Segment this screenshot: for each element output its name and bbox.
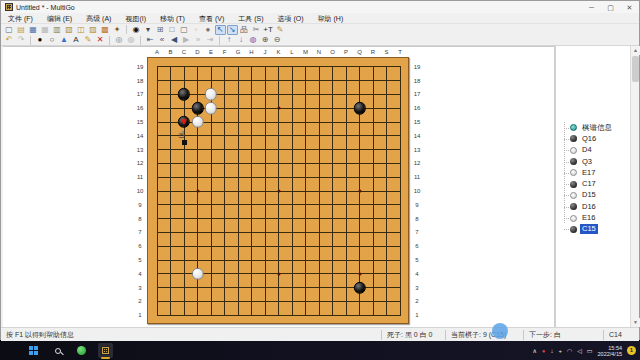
multigo-app-icon	[101, 346, 110, 355]
export-image-button[interactable]: ▧	[64, 25, 75, 35]
board-9x9-button[interactable]: ▢	[179, 25, 190, 35]
grid-line-v	[319, 66, 320, 315]
nav-back-button[interactable]: ◀	[169, 35, 180, 45]
green-app-icon	[77, 346, 86, 355]
status-next-move: 下一步: 白	[523, 330, 603, 340]
coord-right: 4	[415, 271, 418, 277]
status-help: 按 F1 以得到帮助信息	[1, 330, 381, 340]
root-node-icon	[570, 124, 577, 131]
coord-right: 7	[415, 229, 418, 235]
coord-top: C	[182, 49, 186, 55]
nav-forward-button[interactable]: ▶	[181, 35, 192, 45]
coord-right: 9	[415, 202, 418, 208]
tree-view-button[interactable]: 品	[239, 25, 250, 35]
edit-triangle-mark-button[interactable]: ▲	[59, 35, 70, 45]
grid-line-v	[386, 66, 387, 315]
star-point	[277, 190, 280, 193]
star-point	[277, 107, 280, 110]
grid-line-v	[400, 66, 401, 315]
menu-bar: 文件 (F)编辑 (E)高级 (A)视图(I)移动 (T)查看 (V)工具 (S…	[1, 13, 639, 24]
coord-right: 19	[414, 64, 421, 70]
search-icon	[55, 348, 61, 354]
mic-icon[interactable]: ●	[542, 347, 546, 355]
volume-icon[interactable]: ◁	[577, 347, 582, 355]
window-title: Untitled * - MultiGo	[16, 4, 75, 11]
coord-left: 13	[137, 147, 144, 153]
toolbar-separator	[30, 36, 31, 45]
coord-top: H	[249, 49, 253, 55]
coord-right: 13	[414, 147, 421, 153]
node-label: D15	[580, 190, 598, 200]
grid-line-v	[373, 66, 374, 315]
menu-t[interactable]: 移动 (T)	[153, 13, 192, 24]
tree-node-move-1[interactable]: Q16	[562, 133, 614, 144]
cut-variation-button[interactable]: ✂	[251, 25, 262, 35]
coord-right: 10	[414, 188, 421, 194]
coord-right: 6	[415, 243, 418, 249]
screen: Untitled * - MultiGo ─ ▢ ✕ 文件 (F)编辑 (E)高…	[0, 0, 640, 360]
node-label: D4	[580, 145, 594, 155]
nav-back-10-button[interactable]: «	[157, 35, 168, 45]
hidden-icons-chevron[interactable]: ∧	[532, 347, 536, 355]
add-text-button[interactable]: +T	[263, 25, 274, 35]
search-forward-button[interactable]: ⊕	[260, 35, 271, 45]
coord-left: 2	[138, 298, 141, 304]
menu-i[interactable]: 视图(I)	[118, 13, 153, 24]
delete-node-button[interactable]: ✕	[95, 35, 106, 45]
touch-indicator	[492, 323, 508, 339]
coord-left: 16	[137, 105, 144, 111]
scroll-up-icon[interactable]: ▲	[631, 46, 640, 55]
tree-node-move-2[interactable]: D4	[562, 145, 614, 156]
node-label: Q3	[580, 157, 594, 167]
grid-line-v	[224, 66, 225, 315]
coord-top: R	[371, 49, 375, 55]
menu-o[interactable]: 选项 (O)	[271, 13, 311, 24]
coord-left: 3	[138, 285, 141, 291]
node-label: Q16	[580, 134, 598, 144]
coord-top: T	[398, 49, 402, 55]
move-tree: 棋谱信息Q16D4Q3E17C17D15D16E16C15	[556, 46, 639, 327]
redo-button[interactable]: ↷	[16, 35, 27, 45]
grid-line-v	[184, 66, 185, 315]
coord-top: D	[195, 49, 199, 55]
coord-right: 14	[414, 133, 421, 139]
tree-node-root[interactable]: 棋谱信息	[562, 122, 614, 133]
last-move-marker	[181, 119, 187, 125]
star-point	[358, 272, 361, 275]
zoom-out-mode-button[interactable]: ↘	[227, 25, 238, 35]
white-node-icon	[570, 192, 577, 199]
coord-left: 14	[137, 133, 144, 139]
coord-top: A	[155, 49, 159, 55]
zoom-in-mode-button[interactable]: ↖	[215, 25, 226, 35]
taskbar-multigo-app[interactable]	[98, 343, 113, 358]
white-node-icon	[570, 147, 577, 154]
scroll-thumb[interactable]	[632, 56, 639, 82]
coord-left: 17	[137, 91, 144, 97]
edit-label-button[interactable]: A	[71, 35, 82, 45]
windows-logo-icon	[29, 346, 38, 355]
wifi-icon[interactable]: ◠	[567, 347, 572, 355]
node-label: C17	[580, 179, 598, 189]
menu-e[interactable]: 编辑 (E)	[40, 13, 79, 24]
coord-top: E	[209, 49, 213, 55]
coord-top: P	[344, 49, 348, 55]
game-info-button[interactable]: ✦	[112, 25, 123, 35]
stone-tool-dropdown-button[interactable]: ▾	[143, 25, 154, 35]
black-node-icon	[570, 226, 577, 233]
toolbar-separator	[219, 36, 220, 45]
print-button[interactable]: ▥	[52, 25, 63, 35]
grid-line-v	[292, 66, 293, 315]
coord-right: 11	[414, 174, 420, 180]
edit-black-stone-button[interactable]: ●	[35, 35, 46, 45]
coord-top: K	[276, 49, 280, 55]
white-node-icon	[570, 169, 577, 176]
node-label: C15	[580, 224, 598, 234]
undo-button[interactable]: ↶	[4, 35, 15, 45]
board-13x13-button[interactable]: □	[167, 25, 178, 35]
coord-left: 15	[137, 119, 144, 125]
download-icon[interactable]: ↓	[550, 347, 553, 355]
board-custom-button[interactable]: ▫	[191, 25, 202, 35]
toolbar-edit: ↶↷●○▲A✎✕◎◎⇤«◀▶»⇥↑↓◍⊕⊖	[1, 35, 639, 46]
coord-top: B	[168, 49, 172, 55]
grid-line-v	[346, 66, 347, 315]
coord-left: 9	[138, 202, 141, 208]
tree-node-move-7[interactable]: D16	[562, 201, 614, 212]
status-cursor-coord: C14	[603, 330, 639, 340]
multigo-window: Untitled * - MultiGo ─ ▢ ✕ 文件 (F)编辑 (E)高…	[0, 0, 640, 340]
nav-forward-10-button[interactable]: »	[193, 35, 204, 45]
show-move-number-button[interactable]: ●	[203, 25, 214, 35]
coord-top: M	[303, 49, 308, 55]
black-node-icon	[570, 135, 577, 142]
variation-up-button[interactable]: ↑	[224, 35, 235, 45]
star-point	[277, 272, 280, 275]
status-captures: 死子: 黑 0 白 0	[381, 330, 445, 340]
title-bar: Untitled * - MultiGo ─ ▢ ✕	[1, 1, 639, 13]
scroll-down-icon[interactable]: ▼	[631, 318, 640, 327]
coord-left: 7	[138, 229, 141, 235]
coord-top: S	[384, 49, 388, 55]
node-label: E16	[580, 213, 597, 223]
black-node-icon	[570, 203, 577, 210]
node-label: E17	[580, 168, 597, 178]
grid-line-v	[305, 66, 306, 315]
coord-right: 8	[415, 216, 418, 222]
coord-top: J	[264, 49, 267, 55]
tree-node-move-8[interactable]: E16	[562, 212, 614, 223]
find-position-button[interactable]: ◍	[248, 35, 259, 45]
tree-node-move-4[interactable]: E17	[562, 167, 614, 178]
tree-node-move-3[interactable]: Q3	[562, 156, 614, 167]
coord-right: 12	[414, 160, 421, 166]
coord-top: Q	[357, 49, 362, 55]
move-tree-panel: 棋谱信息Q16D4Q3E17C17D15D16E16C15 ▲ ▼	[556, 46, 639, 327]
coord-left: 10	[137, 188, 144, 194]
coord-right: 16	[414, 105, 421, 111]
pen-tool-button[interactable]: ✎	[83, 35, 94, 45]
system-tray: ∧●↓+◠◁▭ 15:54 2022/4/15 1	[532, 345, 636, 357]
taskbar: ∧●↓+◠◁▭ 15:54 2022/4/15 1	[0, 341, 640, 360]
grid-line-v	[332, 66, 333, 315]
status-current-move: 当前棋子: 9 (C15)	[445, 330, 523, 340]
coord-right: 17	[414, 91, 421, 97]
pass-black-button[interactable]: ◎	[114, 35, 125, 45]
board-19x19-button[interactable]: ⊞	[155, 25, 166, 35]
minimize-button[interactable]: ─	[582, 2, 601, 13]
nav-last-move-button[interactable]: ⇥	[205, 35, 216, 45]
menu-h[interactable]: 帮助 (H)	[311, 13, 351, 24]
start-button[interactable]	[26, 343, 41, 358]
grid-line-v	[238, 66, 239, 315]
variation-down-button[interactable]: ↓	[236, 35, 247, 45]
coord-left: 8	[138, 216, 141, 222]
tree-branch-line	[564, 122, 565, 224]
coord-left: 19	[137, 64, 144, 70]
panel-scrollbar[interactable]: ▲ ▼	[630, 46, 639, 327]
cursor-stone-shadow	[182, 140, 187, 145]
black-node-icon	[570, 181, 577, 188]
search-back-button[interactable]: ⊖	[272, 35, 283, 45]
grid-line-v	[157, 66, 158, 315]
coord-left: 4	[138, 271, 141, 277]
grid-line-v	[251, 66, 252, 315]
coord-right: 3	[415, 285, 418, 291]
coord-top: L	[290, 49, 293, 55]
brush-button[interactable]: ✎	[275, 25, 286, 35]
maximize-button[interactable]: ▢	[601, 2, 620, 13]
toolbar-separator	[126, 25, 127, 34]
paste-button[interactable]: ▩	[100, 25, 111, 35]
coord-right: 5	[415, 257, 418, 263]
coord-left: 18	[137, 78, 144, 84]
mouse-cursor-icon: ☝	[179, 128, 185, 139]
coord-right: 1	[415, 312, 418, 318]
coord-left: 6	[138, 243, 141, 249]
coord-top: F	[223, 49, 227, 55]
app-icon	[5, 3, 13, 11]
taskbar-clock[interactable]: 15:54 2022/4/15	[598, 345, 622, 357]
coord-top: O	[330, 49, 335, 55]
menu-v[interactable]: 查看 (V)	[192, 13, 231, 24]
open-file-button[interactable]: ▤	[16, 25, 27, 35]
copy-special-button[interactable]: ▨	[88, 25, 99, 35]
stone-tool-button[interactable]: ◉	[131, 25, 142, 35]
new-file-button[interactable]: ▢	[4, 25, 15, 35]
star-point	[358, 190, 361, 193]
node-label: D16	[580, 202, 598, 212]
star-point	[196, 190, 199, 193]
coord-left: 5	[138, 257, 141, 263]
toolbar-separator	[109, 36, 110, 45]
nav-first-move-button[interactable]: ⇤	[145, 35, 156, 45]
coord-left: 12	[137, 160, 144, 166]
folder-icon[interactable]: ▭	[587, 347, 593, 355]
menu-a[interactable]: 高级 (A)	[79, 13, 118, 24]
coord-right: 15	[414, 119, 421, 125]
grid-line-v	[265, 66, 266, 315]
notification-badge[interactable]: 1	[627, 346, 636, 355]
black-node-icon	[570, 158, 577, 165]
save-file-button[interactable]: ▦	[28, 25, 39, 35]
grid-line-v	[170, 66, 171, 315]
move-tool-icon[interactable]: +	[558, 347, 562, 355]
status-bar: 按 F1 以得到帮助信息 死子: 黑 0 白 0 当前棋子: 9 (C15) 下…	[1, 327, 639, 341]
coord-right: 2	[415, 298, 418, 304]
toolbar-main: ▢▤▦▦▥▧◫▨▩✦◉▾⊞□▢▫●↖↘品✂+T✎	[1, 24, 639, 35]
save-all-button[interactable]: ▦	[40, 25, 51, 35]
menu-f[interactable]: 文件 (F)	[1, 13, 40, 24]
menu-s[interactable]: 工具 (S)	[231, 13, 270, 24]
copy-button[interactable]: ◫	[76, 25, 87, 35]
tree-node-move-5[interactable]: C17	[562, 178, 614, 189]
taskbar-green-app[interactable]	[74, 343, 89, 358]
tree-node-move-9[interactable]: C15	[562, 224, 614, 235]
coord-top: G	[236, 49, 241, 55]
toolbar-separator	[140, 36, 141, 45]
clock-date: 2022/4/15	[598, 351, 622, 357]
pass-white-button[interactable]: ◎	[126, 35, 137, 45]
tree-node-move-6[interactable]: D15	[562, 190, 614, 201]
coord-left: 1	[138, 312, 141, 318]
close-button[interactable]: ✕	[620, 2, 639, 13]
coord-left: 11	[137, 174, 143, 180]
white-node-icon	[570, 215, 577, 222]
node-label: 棋谱信息	[580, 123, 614, 133]
edit-white-stone-button[interactable]: ○	[47, 35, 58, 45]
search-button[interactable]	[50, 343, 65, 358]
coord-top: N	[317, 49, 321, 55]
coord-right: 18	[414, 78, 421, 84]
